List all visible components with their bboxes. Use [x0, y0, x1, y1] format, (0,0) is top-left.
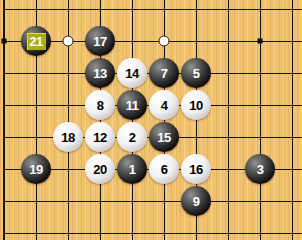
stone-black-19: 19 [21, 154, 51, 184]
board-edge-line [3, 0, 5, 240]
stone-white-16: 16 [181, 154, 211, 184]
grid-line-horizontal [3, 201, 302, 202]
grid-line-vertical [228, 0, 229, 240]
stone-black-5: 5 [181, 58, 211, 88]
circle-marker-icon [63, 36, 74, 47]
stone-black-15: 15 [149, 122, 179, 152]
grid-line-horizontal [3, 233, 302, 234]
stone-black-13: 13 [85, 58, 115, 88]
stone-white-12: 12 [85, 122, 115, 152]
star-point-icon [258, 39, 263, 44]
stone-white-18: 18 [53, 122, 83, 152]
grid-line-vertical [132, 0, 133, 240]
grid-line-vertical [260, 0, 261, 240]
stone-white-10: 10 [181, 90, 211, 120]
stone-white-2: 2 [117, 122, 147, 152]
stone-black-9: 9 [181, 186, 211, 216]
circle-marker-icon [159, 36, 170, 47]
stone-black-1: 1 [117, 154, 147, 184]
stone-white-4: 4 [149, 90, 179, 120]
stone-white-6: 6 [149, 154, 179, 184]
stone-black-3: 3 [245, 154, 275, 184]
go-board[interactable]: 123456789101112131415161718192021 [0, 0, 302, 240]
stone-black-17: 17 [85, 26, 115, 56]
stone-black-7: 7 [149, 58, 179, 88]
stone-white-20: 20 [85, 154, 115, 184]
last-move-highlight: 21 [27, 33, 46, 50]
stone-white-8: 8 [85, 90, 115, 120]
grid-line-horizontal [3, 9, 302, 10]
star-point-icon [2, 39, 7, 44]
grid-line-vertical [292, 0, 293, 240]
stone-black-21: 21 [21, 26, 51, 56]
stone-white-14: 14 [117, 58, 147, 88]
stone-black-11: 11 [117, 90, 147, 120]
